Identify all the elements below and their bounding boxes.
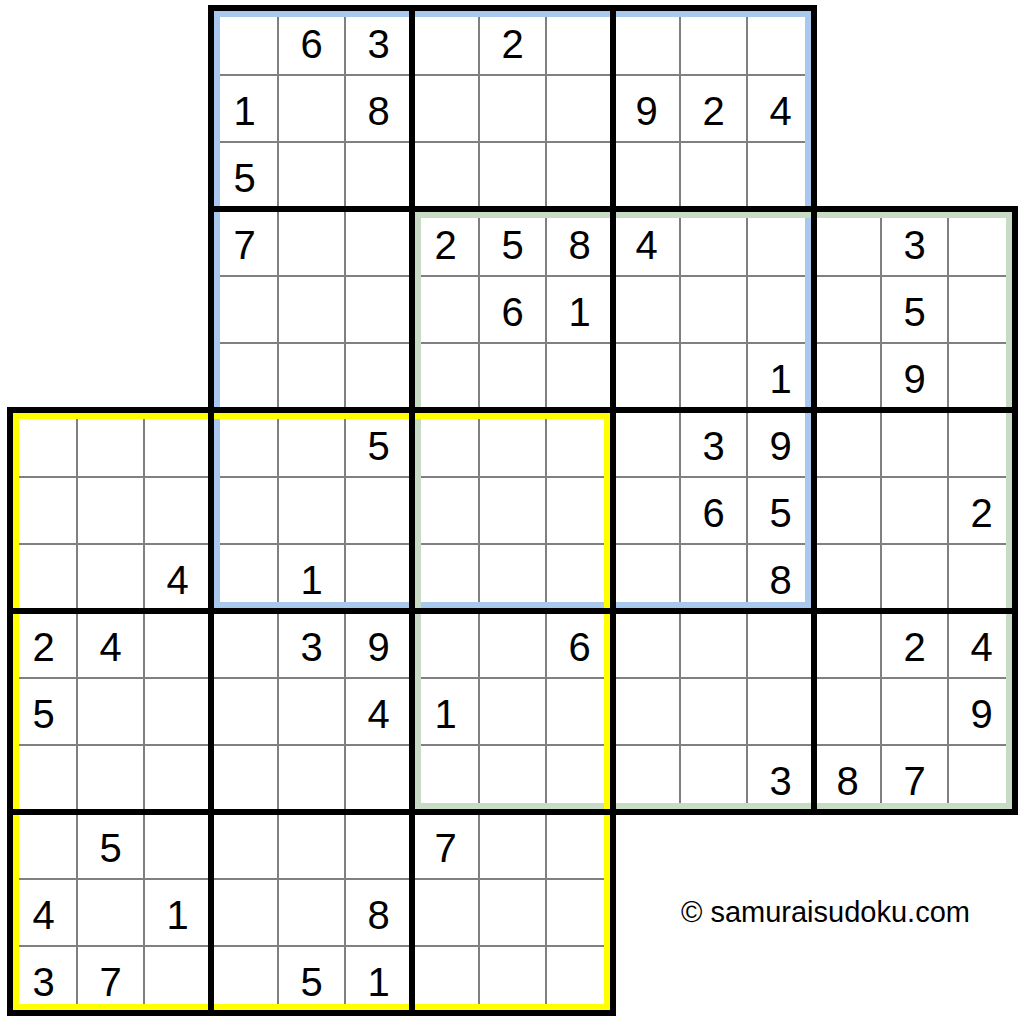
copyright-text: © samuraisudoku.com <box>681 898 970 927</box>
left-yellow-grid-block-border-h3 <box>7 1010 616 1016</box>
left-yellow-grid-block-border-h2 <box>7 809 616 815</box>
left-yellow-grid-block-border-v0 <box>7 407 13 1016</box>
block-borders-layer <box>0 0 1025 1035</box>
left-yellow-grid-block-border-v2 <box>409 407 415 1016</box>
left-yellow-grid-block-border-v3 <box>610 407 616 1016</box>
left-yellow-grid-block-border-v1 <box>208 407 214 1016</box>
right-green-grid-block-border-h0 <box>409 206 1018 212</box>
top-blue-grid-block-border-h0 <box>208 5 817 11</box>
right-green-grid-block-border-v3 <box>1012 206 1018 815</box>
left-yellow-grid-block-border-h1 <box>7 608 616 614</box>
left-yellow-grid-block-border-h0 <box>7 407 616 413</box>
samurai-sudoku-board: 6321892457258436151953965241824396245419… <box>0 0 1025 1035</box>
right-green-grid-block-border-v2 <box>811 206 817 815</box>
